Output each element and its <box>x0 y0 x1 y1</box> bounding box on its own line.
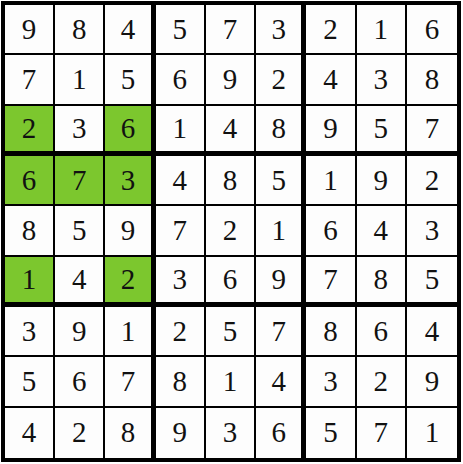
sudoku-cell-r6c5[interactable]: 6 <box>206 257 256 307</box>
sudoku-cell-r2c2[interactable]: 1 <box>55 55 105 105</box>
sudoku-cell-r7c1[interactable]: 3 <box>5 307 55 357</box>
sudoku-cell-r7c7[interactable]: 8 <box>306 307 356 357</box>
sudoku-cell-r8c3[interactable]: 7 <box>105 357 155 407</box>
sudoku-cell-r2c5[interactable]: 9 <box>206 55 256 105</box>
sudoku-cell-r5c2[interactable]: 5 <box>55 206 105 256</box>
sudoku-cell-r7c8[interactable]: 6 <box>357 307 407 357</box>
sudoku-cell-r8c6[interactable]: 4 <box>256 357 306 407</box>
sudoku-cell-r5c9[interactable]: 3 <box>407 206 457 256</box>
sudoku-cell-r1c3[interactable]: 4 <box>105 5 155 55</box>
sudoku-cell-r1c1[interactable]: 9 <box>5 5 55 55</box>
sudoku-grid: 9845732167156924382361489576734851928597… <box>1 1 461 462</box>
sudoku-cell-r3c9[interactable]: 7 <box>407 106 457 156</box>
sudoku-cell-r6c3[interactable]: 2 <box>105 257 155 307</box>
sudoku-cell-r7c3[interactable]: 1 <box>105 307 155 357</box>
sudoku-cell-r3c2[interactable]: 3 <box>55 106 105 156</box>
sudoku-cell-r8c1[interactable]: 5 <box>5 357 55 407</box>
sudoku-cell-r2c3[interactable]: 5 <box>105 55 155 105</box>
sudoku-cell-r1c2[interactable]: 8 <box>55 5 105 55</box>
sudoku-cell-r1c4[interactable]: 5 <box>156 5 206 55</box>
sudoku-cell-r4c4[interactable]: 4 <box>156 156 206 206</box>
sudoku-cell-r6c8[interactable]: 8 <box>357 257 407 307</box>
sudoku-cell-r9c7[interactable]: 5 <box>306 408 356 458</box>
sudoku-cell-r4c1[interactable]: 6 <box>5 156 55 206</box>
sudoku-cell-r6c7[interactable]: 7 <box>306 257 356 307</box>
sudoku-cell-r4c8[interactable]: 9 <box>357 156 407 206</box>
sudoku-cell-r8c9[interactable]: 9 <box>407 357 457 407</box>
sudoku-cell-r9c8[interactable]: 7 <box>357 408 407 458</box>
sudoku-cell-r7c5[interactable]: 5 <box>206 307 256 357</box>
sudoku-cell-r9c2[interactable]: 2 <box>55 408 105 458</box>
sudoku-cell-r9c5[interactable]: 3 <box>206 408 256 458</box>
sudoku-cell-r2c1[interactable]: 7 <box>5 55 55 105</box>
sudoku-board-container: 9845732167156924382361489576734851928597… <box>1 1 461 462</box>
sudoku-cell-r2c8[interactable]: 3 <box>357 55 407 105</box>
sudoku-cell-r3c8[interactable]: 5 <box>357 106 407 156</box>
sudoku-cell-r7c4[interactable]: 2 <box>156 307 206 357</box>
sudoku-cell-r3c4[interactable]: 1 <box>156 106 206 156</box>
sudoku-cell-r4c9[interactable]: 2 <box>407 156 457 206</box>
sudoku-cell-r7c2[interactable]: 9 <box>55 307 105 357</box>
sudoku-cell-r5c8[interactable]: 4 <box>357 206 407 256</box>
sudoku-cell-r4c6[interactable]: 5 <box>256 156 306 206</box>
sudoku-cell-r7c9[interactable]: 4 <box>407 307 457 357</box>
sudoku-cell-r7c6[interactable]: 7 <box>256 307 306 357</box>
sudoku-cell-r5c7[interactable]: 6 <box>306 206 356 256</box>
sudoku-cell-r1c9[interactable]: 6 <box>407 5 457 55</box>
sudoku-cell-r4c5[interactable]: 8 <box>206 156 256 206</box>
sudoku-cell-r6c4[interactable]: 3 <box>156 257 206 307</box>
sudoku-cell-r2c9[interactable]: 8 <box>407 55 457 105</box>
sudoku-cell-r6c1[interactable]: 1 <box>5 257 55 307</box>
sudoku-cell-r6c6[interactable]: 9 <box>256 257 306 307</box>
sudoku-cell-r8c8[interactable]: 2 <box>357 357 407 407</box>
sudoku-cell-r4c7[interactable]: 1 <box>306 156 356 206</box>
sudoku-cell-r9c4[interactable]: 9 <box>156 408 206 458</box>
sudoku-cell-r3c6[interactable]: 8 <box>256 106 306 156</box>
sudoku-cell-r8c4[interactable]: 8 <box>156 357 206 407</box>
sudoku-cell-r3c5[interactable]: 4 <box>206 106 256 156</box>
sudoku-cell-r6c9[interactable]: 5 <box>407 257 457 307</box>
sudoku-cell-r9c1[interactable]: 4 <box>5 408 55 458</box>
sudoku-cell-r9c9[interactable]: 1 <box>407 408 457 458</box>
sudoku-cell-r5c4[interactable]: 7 <box>156 206 206 256</box>
sudoku-cell-r6c2[interactable]: 4 <box>55 257 105 307</box>
sudoku-cell-r5c1[interactable]: 8 <box>5 206 55 256</box>
sudoku-cell-r1c8[interactable]: 1 <box>357 5 407 55</box>
sudoku-cell-r2c6[interactable]: 2 <box>256 55 306 105</box>
sudoku-cell-r2c4[interactable]: 6 <box>156 55 206 105</box>
sudoku-cell-r8c2[interactable]: 6 <box>55 357 105 407</box>
sudoku-cell-r4c3[interactable]: 3 <box>105 156 155 206</box>
sudoku-cell-r8c5[interactable]: 1 <box>206 357 256 407</box>
sudoku-cell-r1c6[interactable]: 3 <box>256 5 306 55</box>
sudoku-cell-r3c7[interactable]: 9 <box>306 106 356 156</box>
sudoku-cell-r3c3[interactable]: 6 <box>105 106 155 156</box>
sudoku-cell-r1c7[interactable]: 2 <box>306 5 356 55</box>
sudoku-cell-r4c2[interactable]: 7 <box>55 156 105 206</box>
sudoku-cell-r9c6[interactable]: 6 <box>256 408 306 458</box>
sudoku-cell-r5c3[interactable]: 9 <box>105 206 155 256</box>
sudoku-cell-r2c7[interactable]: 4 <box>306 55 356 105</box>
sudoku-cell-r1c5[interactable]: 7 <box>206 5 256 55</box>
sudoku-cell-r8c7[interactable]: 3 <box>306 357 356 407</box>
sudoku-cell-r9c3[interactable]: 8 <box>105 408 155 458</box>
sudoku-cell-r5c5[interactable]: 2 <box>206 206 256 256</box>
sudoku-cell-r3c1[interactable]: 2 <box>5 106 55 156</box>
sudoku-cell-r5c6[interactable]: 1 <box>256 206 306 256</box>
